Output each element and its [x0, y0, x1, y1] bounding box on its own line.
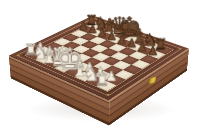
square-a5 [62, 34, 79, 42]
piece-brown-pawn: ♟ [99, 30, 124, 42]
piece-white-knight: ♞ [26, 44, 53, 62]
square-f5 [110, 52, 129, 61]
brass-pin-icon [178, 48, 181, 49]
square-e4 [92, 53, 111, 62]
scene: ♜♞♝♛♚♝♞♜♟♟♟♟♟♟♟♟♟♟♟♟♟♟♟♟♜♞♝♛♚♝♞♜ [0, 0, 200, 126]
square-f2: ♟ [84, 66, 104, 76]
square-b8: ♞ [96, 25, 113, 32]
square-d6 [99, 40, 117, 48]
square-f3 [93, 61, 112, 70]
piece-brown-bishop: ♝ [126, 26, 151, 45]
square-c1: ♝ [45, 59, 64, 68]
piece-brown-queen: ♛ [107, 14, 132, 38]
brass-pin-icon [17, 55, 20, 56]
brass-pin-icon [93, 19, 95, 20]
piece-white-pawn: ♟ [27, 41, 53, 53]
square-a8: ♜ [87, 22, 104, 29]
piece-brown-bishop: ♝ [97, 16, 121, 34]
square-d1: ♛ [54, 63, 73, 72]
square-e6 [108, 44, 126, 52]
square-c6 [89, 37, 107, 45]
square-b6 [80, 33, 97, 41]
chess-box: ♜♞♝♛♚♝♞♜♟♟♟♟♟♟♟♟♟♟♟♟♟♟♟♟♜♞♝♛♚♝♞♜ [9, 16, 189, 101]
square-e1: ♚ [64, 67, 84, 77]
square-a4 [54, 38, 72, 46]
piece-brown-king: ♚ [117, 14, 142, 41]
square-g6 [129, 51, 147, 60]
square-d7: ♟ [107, 36, 124, 44]
brass-pin-icon [106, 94, 109, 96]
square-b7: ♟ [88, 29, 105, 36]
chess-set-photo: ♜♞♝♛♚♝♞♜♟♟♟♟♟♟♟♟♟♟♟♟♟♟♟♟♜♞♝♛♚♝♞♜ [0, 0, 200, 126]
square-h4 [123, 65, 142, 75]
piece-brown-pawn: ♟ [71, 20, 95, 31]
square-c8: ♝ [105, 29, 122, 36]
square-e8: ♚ [124, 35, 141, 43]
square-g4 [112, 61, 131, 70]
square-h3 [114, 70, 134, 80]
piece-brown-rook: ♜ [79, 14, 103, 28]
brass-latch-icon [149, 77, 157, 85]
square-c5 [81, 41, 99, 49]
